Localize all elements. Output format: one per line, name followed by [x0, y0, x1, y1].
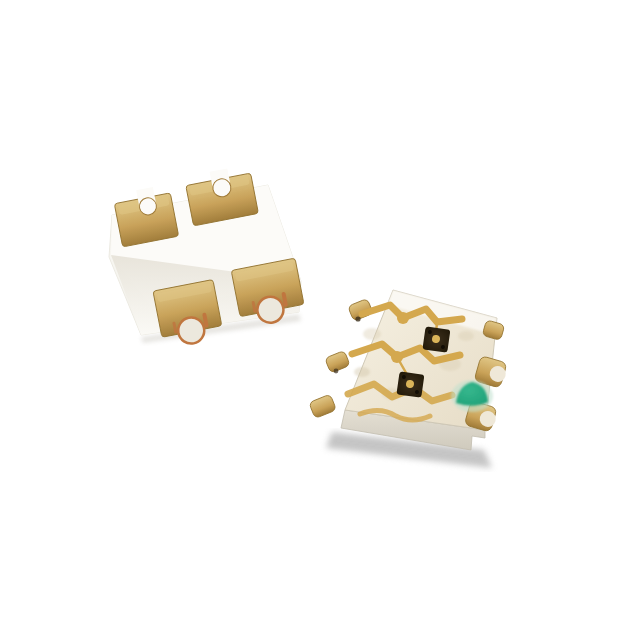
trace-node [397, 312, 409, 324]
castellation-terminal [309, 394, 337, 418]
smd-led-bottom-view-graphic [95, 165, 320, 350]
solder-pad-top-left [113, 184, 179, 247]
trace-node [391, 351, 403, 363]
terminal-speck [355, 316, 360, 321]
smd-led-bottom-view [95, 165, 320, 350]
led-die-1 [422, 326, 450, 352]
photo-canvas [0, 0, 640, 640]
smd-led-top-view [300, 272, 540, 482]
led-die-2 [396, 371, 424, 397]
terminal-speck [334, 369, 339, 374]
smd-led-top-view-graphic [300, 272, 540, 482]
